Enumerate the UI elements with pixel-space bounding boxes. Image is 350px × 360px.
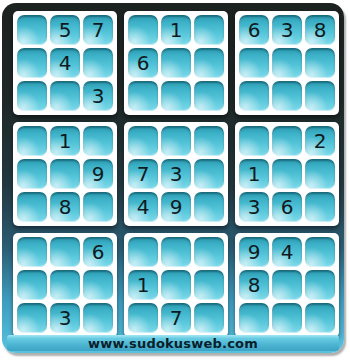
cell-r7c8: 4 [272, 237, 302, 267]
cell-r8c6[interactable] [194, 270, 224, 300]
cell-r6c2: 8 [50, 192, 80, 222]
box-r2c1: 198 [13, 122, 117, 226]
cell-r2c4: 6 [128, 48, 158, 78]
cell-r6c1[interactable] [17, 192, 47, 222]
site-url[interactable]: www.sudokusweb.com [88, 336, 258, 351]
cell-r5c8[interactable] [272, 159, 302, 189]
cell-r7c5[interactable] [161, 237, 191, 267]
box-r1c2: 16 [124, 11, 228, 115]
cell-r1c2: 5 [50, 15, 80, 45]
cell-r9c5: 7 [161, 303, 191, 333]
cell-r8c1[interactable] [17, 270, 47, 300]
cell-r6c9[interactable] [305, 192, 335, 222]
cell-r9c6[interactable] [194, 303, 224, 333]
cell-r5c2[interactable] [50, 159, 80, 189]
cell-r4c7[interactable] [239, 126, 269, 156]
cell-r4c5[interactable] [161, 126, 191, 156]
cell-r6c6[interactable] [194, 192, 224, 222]
cell-r2c7[interactable] [239, 48, 269, 78]
box-r1c1: 5743 [13, 11, 117, 115]
cell-r6c5: 9 [161, 192, 191, 222]
box-r3c3: 948 [235, 233, 339, 337]
cell-r6c8: 6 [272, 192, 302, 222]
cell-r6c7: 3 [239, 192, 269, 222]
cell-r8c5[interactable] [161, 270, 191, 300]
cell-r9c1[interactable] [17, 303, 47, 333]
sudoku-board: 574316638198734921366317948 [13, 11, 339, 337]
cell-r3c5[interactable] [161, 81, 191, 111]
cell-r5c6[interactable] [194, 159, 224, 189]
cell-r1c3: 7 [83, 15, 113, 45]
cell-r6c3[interactable] [83, 192, 113, 222]
box-r3c1: 63 [13, 233, 117, 337]
cell-r5c3: 9 [83, 159, 113, 189]
cell-r4c8[interactable] [272, 126, 302, 156]
cell-r1c4[interactable] [128, 15, 158, 45]
cell-r4c1[interactable] [17, 126, 47, 156]
box-r2c2: 7349 [124, 122, 228, 226]
cell-r2c3[interactable] [83, 48, 113, 78]
cell-r7c9[interactable] [305, 237, 335, 267]
cell-r4c4[interactable] [128, 126, 158, 156]
cell-r9c2: 3 [50, 303, 80, 333]
cell-r8c4: 1 [128, 270, 158, 300]
cell-r8c3[interactable] [83, 270, 113, 300]
cell-r7c3: 6 [83, 237, 113, 267]
cell-r7c6[interactable] [194, 237, 224, 267]
cell-r9c4[interactable] [128, 303, 158, 333]
cell-r5c4: 7 [128, 159, 158, 189]
cell-r2c5[interactable] [161, 48, 191, 78]
cell-r4c9: 2 [305, 126, 335, 156]
cell-r7c2[interactable] [50, 237, 80, 267]
box-r2c3: 2136 [235, 122, 339, 226]
cell-r8c9[interactable] [305, 270, 335, 300]
cell-r9c7[interactable] [239, 303, 269, 333]
cell-r4c2: 1 [50, 126, 80, 156]
cell-r8c7: 8 [239, 270, 269, 300]
cell-r2c2: 4 [50, 48, 80, 78]
cell-r2c8[interactable] [272, 48, 302, 78]
cell-r5c1[interactable] [17, 159, 47, 189]
cell-r7c7: 9 [239, 237, 269, 267]
cell-r8c8[interactable] [272, 270, 302, 300]
cell-r3c4[interactable] [128, 81, 158, 111]
cell-r9c3[interactable] [83, 303, 113, 333]
cell-r4c3[interactable] [83, 126, 113, 156]
box-r1c3: 638 [235, 11, 339, 115]
cell-r1c5: 1 [161, 15, 191, 45]
cell-r5c9[interactable] [305, 159, 335, 189]
cell-r3c9[interactable] [305, 81, 335, 111]
cell-r3c6[interactable] [194, 81, 224, 111]
cell-r6c4: 4 [128, 192, 158, 222]
cell-r2c1[interactable] [17, 48, 47, 78]
cell-r1c9: 8 [305, 15, 335, 45]
cell-r3c7[interactable] [239, 81, 269, 111]
cell-r1c1[interactable] [17, 15, 47, 45]
cell-r1c6[interactable] [194, 15, 224, 45]
cell-r2c6[interactable] [194, 48, 224, 78]
cell-r5c5: 3 [161, 159, 191, 189]
cell-r8c2[interactable] [50, 270, 80, 300]
cell-r3c1[interactable] [17, 81, 47, 111]
box-r3c2: 17 [124, 233, 228, 337]
cell-r1c8: 3 [272, 15, 302, 45]
cell-r9c9[interactable] [305, 303, 335, 333]
cell-r5c7: 1 [239, 159, 269, 189]
cell-r3c8[interactable] [272, 81, 302, 111]
cell-r9c8[interactable] [272, 303, 302, 333]
sudoku-board-frame: 574316638198734921366317948 www.sudokusw… [2, 3, 344, 353]
cell-r7c1[interactable] [17, 237, 47, 267]
cell-r3c2[interactable] [50, 81, 80, 111]
cell-r7c4[interactable] [128, 237, 158, 267]
cell-r1c7: 6 [239, 15, 269, 45]
footer-bar: www.sudokusweb.com [7, 335, 339, 351]
cell-r3c3: 3 [83, 81, 113, 111]
cell-r2c9[interactable] [305, 48, 335, 78]
cell-r4c6[interactable] [194, 126, 224, 156]
